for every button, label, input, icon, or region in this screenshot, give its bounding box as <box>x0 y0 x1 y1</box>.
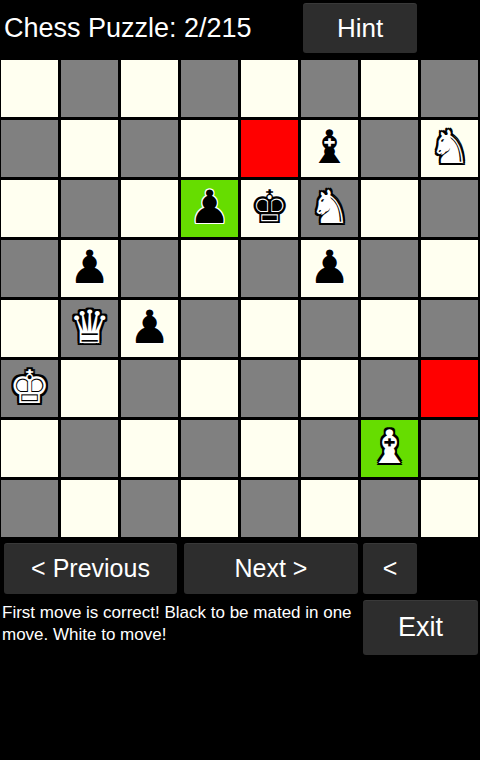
status-light-bottom <box>436 553 466 583</box>
status-message: First move is correct! Black to be mated… <box>2 602 360 646</box>
square-d5[interactable] <box>181 240 238 297</box>
square-c7[interactable] <box>121 120 178 177</box>
exit-button[interactable]: Exit <box>363 600 478 655</box>
square-d7[interactable] <box>181 120 238 177</box>
square-c5[interactable] <box>121 240 178 297</box>
previous-button[interactable]: < Previous <box>4 543 177 594</box>
square-c3[interactable] <box>121 360 178 417</box>
square-d3[interactable] <box>181 360 238 417</box>
chess-board: ♝♞♟♚♞♟♟♛♟♚♝ <box>0 58 479 539</box>
back-button[interactable]: < <box>363 543 417 594</box>
square-b7[interactable] <box>61 120 118 177</box>
square-e1[interactable] <box>241 480 298 537</box>
black-pawn-icon: ♟ <box>69 244 110 290</box>
square-f7[interactable]: ♝ <box>301 120 358 177</box>
square-h4[interactable] <box>421 300 478 357</box>
square-a3[interactable]: ♚ <box>1 360 58 417</box>
square-g8[interactable] <box>361 60 418 117</box>
square-g3[interactable] <box>361 360 418 417</box>
square-h1[interactable] <box>421 480 478 537</box>
square-a4[interactable] <box>1 300 58 357</box>
square-b3[interactable] <box>61 360 118 417</box>
square-b4[interactable]: ♛ <box>61 300 118 357</box>
black-king-icon: ♚ <box>249 184 290 230</box>
page-title: Chess Puzzle: 2/215 <box>4 13 252 44</box>
square-c8[interactable] <box>121 60 178 117</box>
white-king-icon: ♚ <box>9 364 50 410</box>
square-f1[interactable] <box>301 480 358 537</box>
square-b2[interactable] <box>61 420 118 477</box>
black-pawn-icon: ♟ <box>129 304 170 350</box>
white-queen-icon: ♛ <box>69 304 110 350</box>
square-f6[interactable]: ♞ <box>301 180 358 237</box>
square-b8[interactable] <box>61 60 118 117</box>
square-h2[interactable] <box>421 420 478 477</box>
square-g6[interactable] <box>361 180 418 237</box>
square-d6[interactable]: ♟ <box>181 180 238 237</box>
square-e3[interactable] <box>241 360 298 417</box>
square-a2[interactable] <box>1 420 58 477</box>
square-a6[interactable] <box>1 180 58 237</box>
square-c1[interactable] <box>121 480 178 537</box>
square-a5[interactable] <box>1 240 58 297</box>
square-e8[interactable] <box>241 60 298 117</box>
square-c4[interactable]: ♟ <box>121 300 178 357</box>
square-g2[interactable]: ♝ <box>361 420 418 477</box>
square-f4[interactable] <box>301 300 358 357</box>
square-e6[interactable]: ♚ <box>241 180 298 237</box>
square-a1[interactable] <box>1 480 58 537</box>
square-f3[interactable] <box>301 360 358 417</box>
black-bishop-icon: ♝ <box>309 124 350 170</box>
square-h3[interactable] <box>421 360 478 417</box>
square-f8[interactable] <box>301 60 358 117</box>
square-h8[interactable] <box>421 60 478 117</box>
black-pawn-icon: ♟ <box>189 184 230 230</box>
square-h5[interactable] <box>421 240 478 297</box>
square-f2[interactable] <box>301 420 358 477</box>
square-b1[interactable] <box>61 480 118 537</box>
square-h6[interactable] <box>421 180 478 237</box>
square-d1[interactable] <box>181 480 238 537</box>
square-e5[interactable] <box>241 240 298 297</box>
square-c2[interactable] <box>121 420 178 477</box>
square-d8[interactable] <box>181 60 238 117</box>
black-pawn-icon: ♟ <box>309 244 350 290</box>
square-g1[interactable] <box>361 480 418 537</box>
square-f5[interactable]: ♟ <box>301 240 358 297</box>
hint-button[interactable]: Hint <box>303 3 417 53</box>
square-e2[interactable] <box>241 420 298 477</box>
square-d2[interactable] <box>181 420 238 477</box>
square-a8[interactable] <box>1 60 58 117</box>
square-g7[interactable] <box>361 120 418 177</box>
white-bishop-icon: ♝ <box>369 424 410 470</box>
square-c6[interactable] <box>121 180 178 237</box>
square-a7[interactable] <box>1 120 58 177</box>
square-g4[interactable] <box>361 300 418 357</box>
square-b5[interactable]: ♟ <box>61 240 118 297</box>
white-knight-icon: ♞ <box>429 124 470 170</box>
square-h7[interactable]: ♞ <box>421 120 478 177</box>
square-d4[interactable] <box>181 300 238 357</box>
square-e7[interactable] <box>241 120 298 177</box>
square-b6[interactable] <box>61 180 118 237</box>
next-button[interactable]: Next > <box>184 543 358 594</box>
square-g5[interactable] <box>361 240 418 297</box>
white-knight-icon: ♞ <box>309 184 350 230</box>
square-e4[interactable] <box>241 300 298 357</box>
status-light-top <box>434 14 464 44</box>
